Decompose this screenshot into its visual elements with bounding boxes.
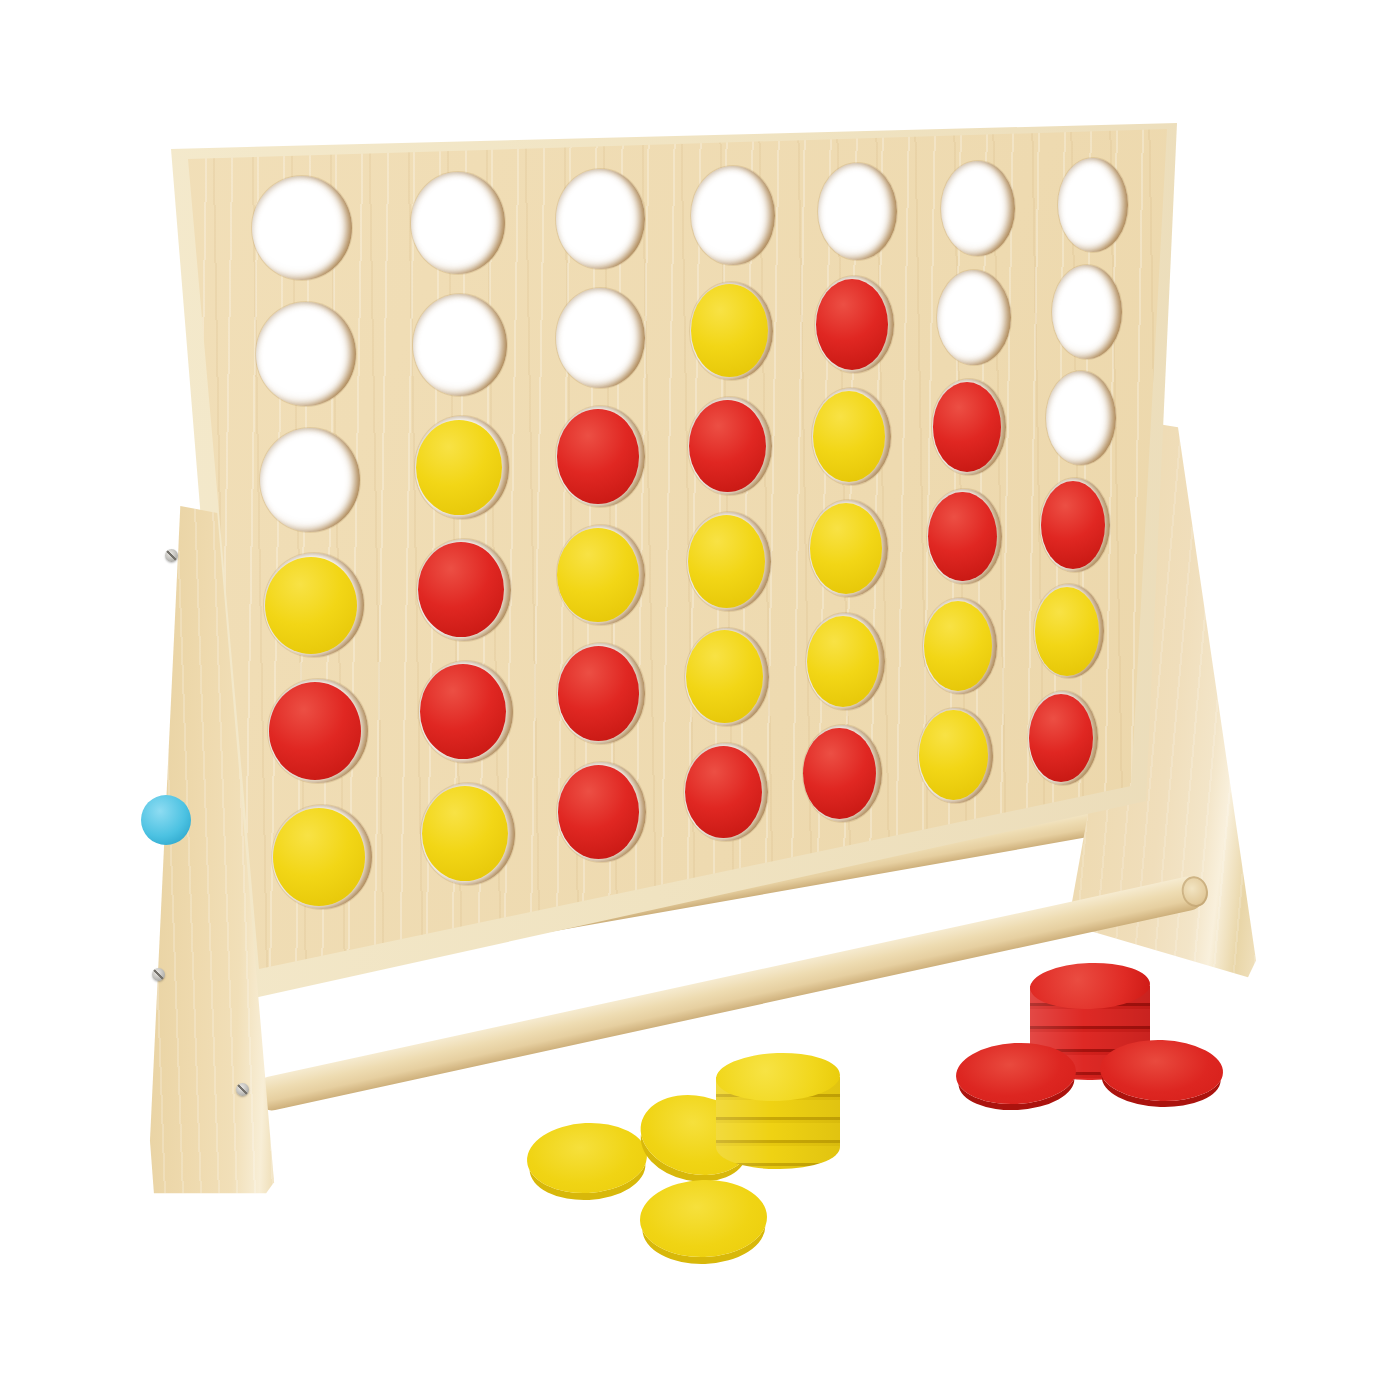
yellow-stack-top-disc [715,1051,841,1103]
yellow-loose-disc [639,1178,769,1259]
screw-icon [152,968,165,981]
yellow-loose-disc [525,1120,648,1196]
product-photo [0,0,1382,1382]
blue-knob [141,795,191,845]
screw-icon [236,1083,249,1096]
red-stack-side [1030,986,1150,1080]
yellow-stack-side [716,1077,840,1169]
red-loose-disc [1099,1038,1224,1103]
screw-icon [165,549,178,562]
red-stack-top-disc [1029,961,1151,1011]
red-loose-disc [954,1040,1077,1107]
red-disc-stack [1030,963,1150,1103]
yellow-disc-stack [716,1053,840,1193]
yellow-loose-disc [633,1085,759,1185]
